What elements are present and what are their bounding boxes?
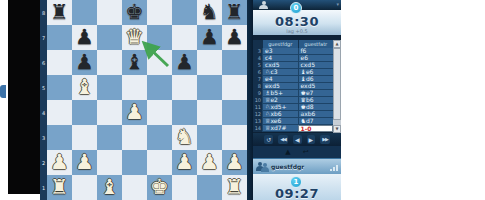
black-move-13[interactable]: ♞d7 xyxy=(298,118,334,125)
square-c7[interactable] xyxy=(97,25,122,50)
white-queen-d7[interactable]: ♛ xyxy=(122,25,147,50)
square-c1[interactable]: ♝ xyxy=(97,175,122,200)
move-row-8: 8exd5exd5 xyxy=(253,83,333,90)
square-d2[interactable] xyxy=(122,150,147,175)
move-row-5: 5cxd5cxd5 xyxy=(253,62,333,69)
rank-label-3: 3 xyxy=(40,125,47,150)
left-black-strip xyxy=(8,0,40,194)
chess-app-window: 87654321 ♜♚♞♜♟♛♟♟♟♝♟♝♟♞♟♟♟♟♟♜♝♚♜ ▾ 08:30… xyxy=(0,0,485,200)
move-number: 13 xyxy=(253,118,262,125)
opponent-clock: 08:30 xyxy=(253,14,341,29)
player-badge: 1 xyxy=(290,176,302,188)
black-bishop-d6[interactable]: ♝ xyxy=(122,50,147,75)
black-pawn-f6[interactable]: ♟ xyxy=(172,50,197,75)
white-pawn-f2[interactable]: ♟ xyxy=(172,150,197,175)
square-h1[interactable]: ♜ xyxy=(222,175,247,200)
black-move-6[interactable]: ♝e6 xyxy=(298,69,334,76)
square-h2[interactable]: ♟ xyxy=(222,150,247,175)
square-g5[interactable] xyxy=(197,75,222,100)
panel-menu-icon[interactable]: ▾ xyxy=(336,1,339,7)
square-h3[interactable] xyxy=(222,125,247,150)
opponent-avatar-icon xyxy=(258,1,269,9)
black-move-3[interactable]: f6 xyxy=(298,48,334,55)
square-f6[interactable]: ♟ xyxy=(172,50,197,75)
rank-label-7: 7 xyxy=(40,25,47,50)
square-c8[interactable] xyxy=(97,0,122,25)
back-button[interactable]: ◀ xyxy=(293,135,302,144)
white-move-9[interactable]: ♗b5+ xyxy=(262,90,298,97)
black-pawn-b7[interactable]: ♟ xyxy=(72,25,97,50)
scrollbar-thumb[interactable] xyxy=(333,48,341,120)
square-a5[interactable] xyxy=(47,75,72,100)
black-move-12[interactable]: axb6 xyxy=(298,111,334,118)
white-bishop-c1[interactable]: ♝ xyxy=(97,175,122,200)
black-rook-a8[interactable]: ♜ xyxy=(47,0,72,25)
white-pawn-h2[interactable]: ♟ xyxy=(222,150,247,175)
move-row-12: 12♘xb6axb6 xyxy=(253,111,333,118)
square-a3[interactable] xyxy=(47,125,72,150)
square-b8[interactable] xyxy=(72,0,97,25)
white-bishop-b5[interactable]: ♝ xyxy=(72,75,97,100)
move-row-13: 13♕xe6♞d7 xyxy=(253,118,333,125)
move-list[interactable]: 3e3f64c4e65cxd5cxd56♘c3♝e67e4♝d68exd5exd… xyxy=(253,48,333,132)
black-pawn-h7[interactable]: ♟ xyxy=(222,25,247,50)
square-b1[interactable] xyxy=(72,175,97,200)
opponent-badge: 0 xyxy=(290,2,302,14)
move-row-10: 10♕e2♛b6 xyxy=(253,97,333,104)
square-e4[interactable] xyxy=(147,100,172,125)
move-number: 11 xyxy=(253,104,262,111)
move-number: 7 xyxy=(253,76,262,83)
square-d4[interactable]: ♟ xyxy=(122,100,147,125)
white-move-5[interactable]: cxd5 xyxy=(262,62,298,69)
square-f8[interactable] xyxy=(172,0,197,25)
black-pawn-g7[interactable]: ♟ xyxy=(197,25,222,50)
white-player-header: guestfdgr xyxy=(262,40,298,48)
move-number: 6 xyxy=(253,69,262,76)
white-move-10[interactable]: ♕e2 xyxy=(262,97,298,104)
square-g8[interactable]: ♞ xyxy=(197,0,222,25)
game-side-panel: ▾ 08:30 lag +0.5 0 guestfdgr guestfatr 3… xyxy=(253,0,341,200)
move-row-6: 6♘c3♝e6 xyxy=(253,69,333,76)
white-pawn-d4[interactable]: ♟ xyxy=(122,100,147,125)
square-a1[interactable]: ♜ xyxy=(47,175,72,200)
square-h5[interactable] xyxy=(222,75,247,100)
flip-board-icon[interactable]: ▲ xyxy=(285,148,290,157)
rank-label-2: 2 xyxy=(40,150,47,175)
square-b7[interactable]: ♟ xyxy=(72,25,97,50)
playback-controls: ↺ ◀◀ ◀ ▶ ▶▶ xyxy=(253,133,341,146)
white-move-13[interactable]: ♕xe6 xyxy=(262,118,298,125)
square-f7[interactable] xyxy=(172,25,197,50)
square-e1[interactable]: ♚ xyxy=(147,175,172,200)
white-move-4[interactable]: c4 xyxy=(262,55,298,62)
white-move-7[interactable]: e4 xyxy=(262,76,298,83)
black-move-7[interactable]: ♝d6 xyxy=(298,76,334,83)
rank-label-6: 6 xyxy=(40,50,47,75)
square-b6[interactable]: ♟ xyxy=(72,50,97,75)
move-number: 10 xyxy=(253,97,262,104)
white-move-8[interactable]: exd5 xyxy=(262,83,298,90)
bottom-player-name: guestfdgr xyxy=(271,163,304,170)
white-pawn-a2[interactable]: ♟ xyxy=(47,150,72,175)
square-b2[interactable]: ♟ xyxy=(72,150,97,175)
move-number: 4 xyxy=(253,55,262,62)
square-c2[interactable] xyxy=(97,150,122,175)
sidebar-collapse-tab[interactable] xyxy=(0,85,6,98)
move-number: 3 xyxy=(253,48,262,55)
restart-button[interactable]: ↺ xyxy=(264,135,273,144)
square-g3[interactable] xyxy=(197,125,222,150)
black-pawn-b6[interactable]: ♟ xyxy=(72,50,97,75)
lag-indicator: lag +0.5 xyxy=(253,28,341,34)
black-king-d8[interactable]: ♚ xyxy=(122,0,147,25)
rank-label-5: 5 xyxy=(40,75,47,100)
action-bar: ▲ ↩ xyxy=(253,146,341,158)
square-e2[interactable] xyxy=(147,150,172,175)
move-number: 9 xyxy=(253,90,262,97)
chess-board[interactable]: ♜♚♞♜♟♛♟♟♟♝♟♝♟♞♟♟♟♟♟♜♝♚♜ xyxy=(47,0,247,200)
square-c3[interactable] xyxy=(97,125,122,150)
square-c6[interactable] xyxy=(97,50,122,75)
square-e6[interactable] xyxy=(147,50,172,75)
move-row-14: 14♕xd7#1-0 xyxy=(253,125,333,132)
white-king-e1[interactable]: ♚ xyxy=(147,175,172,200)
square-a8[interactable]: ♜ xyxy=(47,0,72,25)
square-b3[interactable] xyxy=(72,125,97,150)
square-f1[interactable] xyxy=(172,175,197,200)
square-f3[interactable]: ♞ xyxy=(172,125,197,150)
square-d7[interactable]: ♛ xyxy=(122,25,147,50)
square-f5[interactable] xyxy=(172,75,197,100)
black-move-9[interactable]: ♚e7 xyxy=(298,90,334,97)
white-move-3[interactable]: e3 xyxy=(262,48,298,55)
scroll-down-button[interactable]: ▼ xyxy=(333,125,341,133)
fast-back-button[interactable]: ◀◀ xyxy=(278,135,288,144)
move-number-spacer xyxy=(253,40,262,48)
square-e3[interactable] xyxy=(147,125,172,150)
square-d6[interactable]: ♝ xyxy=(122,50,147,75)
white-rook-h1[interactable]: ♜ xyxy=(222,175,247,200)
white-knight-f3[interactable]: ♞ xyxy=(172,125,197,150)
move-row-9: 9♗b5+♚e7 xyxy=(253,90,333,97)
white-move-12[interactable]: ♘xb6 xyxy=(262,111,298,118)
forward-button[interactable]: ▶ xyxy=(307,135,316,144)
move-number: 14 xyxy=(253,125,262,132)
white-move-6[interactable]: ♘c3 xyxy=(262,69,298,76)
move-number: 12 xyxy=(253,111,262,118)
result-input[interactable]: 1-0 xyxy=(298,125,334,132)
move-row-4: 4c4e6 xyxy=(253,55,333,62)
rank-coordinates: 87654321 xyxy=(40,0,47,200)
rank-label-4: 4 xyxy=(40,100,47,125)
square-f2[interactable]: ♟ xyxy=(172,150,197,175)
move-list-headers: guestfdgr guestfatr xyxy=(253,40,333,48)
fast-forward-button[interactable]: ▶▶ xyxy=(320,135,330,144)
square-d8[interactable]: ♚ xyxy=(122,0,147,25)
connection-strength-icon xyxy=(330,165,338,171)
square-e5[interactable] xyxy=(147,75,172,100)
black-knight-g8[interactable]: ♞ xyxy=(197,0,222,25)
bottom-player-bar: guestfdgr xyxy=(253,158,341,174)
square-c5[interactable] xyxy=(97,75,122,100)
square-b5[interactable]: ♝ xyxy=(72,75,97,100)
move-row-7: 7e4♝d6 xyxy=(253,76,333,83)
square-h4[interactable] xyxy=(222,100,247,125)
black-rook-h8[interactable]: ♜ xyxy=(222,0,247,25)
square-a2[interactable]: ♟ xyxy=(47,150,72,175)
square-f4[interactable] xyxy=(172,100,197,125)
black-move-4[interactable]: e6 xyxy=(298,55,334,62)
square-h8[interactable]: ♜ xyxy=(222,0,247,25)
square-e8[interactable] xyxy=(147,0,172,25)
move-row-3: 3e3f6 xyxy=(253,48,333,55)
black-move-11[interactable]: ♚d8 xyxy=(298,104,334,111)
black-move-5[interactable]: cxd5 xyxy=(298,62,334,69)
square-h7[interactable]: ♟ xyxy=(222,25,247,50)
square-b4[interactable] xyxy=(72,100,97,125)
move-number: 8 xyxy=(253,83,262,90)
black-player-header: guestfatr xyxy=(298,40,334,48)
square-a4[interactable] xyxy=(47,100,72,125)
white-move-11[interactable]: ♘xd5+ xyxy=(262,104,298,111)
move-list-scrollbar[interactable]: ▲ ▼ xyxy=(333,40,341,133)
rank-label-1: 1 xyxy=(40,175,47,200)
player-avatar-icon xyxy=(256,162,269,172)
player-clock: 09:27 xyxy=(253,186,341,200)
square-g4[interactable] xyxy=(197,100,222,125)
square-d3[interactable] xyxy=(122,125,147,150)
square-g2[interactable]: ♟ xyxy=(197,150,222,175)
square-g6[interactable] xyxy=(197,50,222,75)
square-c4[interactable] xyxy=(97,100,122,125)
black-move-8[interactable]: exd5 xyxy=(298,83,334,90)
square-g1[interactable] xyxy=(197,175,222,200)
white-pawn-g2[interactable]: ♟ xyxy=(197,150,222,175)
takeback-icon[interactable]: ↩ xyxy=(303,148,309,157)
square-a6[interactable] xyxy=(47,50,72,75)
scroll-up-button[interactable]: ▲ xyxy=(333,40,341,48)
square-d5[interactable] xyxy=(122,75,147,100)
move-number: 5 xyxy=(253,62,262,69)
white-pawn-b2[interactable]: ♟ xyxy=(72,150,97,175)
square-e7[interactable] xyxy=(147,25,172,50)
move-row-11: 11♘xd5+♚d8 xyxy=(253,104,333,111)
white-rook-a1[interactable]: ♜ xyxy=(47,175,72,200)
black-move-10[interactable]: ♛b6 xyxy=(298,97,334,104)
square-g7[interactable]: ♟ xyxy=(197,25,222,50)
square-h6[interactable] xyxy=(222,50,247,75)
rank-label-8: 8 xyxy=(40,0,47,25)
white-move-14[interactable]: ♕xd7# xyxy=(262,125,298,132)
square-a7[interactable] xyxy=(47,25,72,50)
square-d1[interactable] xyxy=(122,175,147,200)
